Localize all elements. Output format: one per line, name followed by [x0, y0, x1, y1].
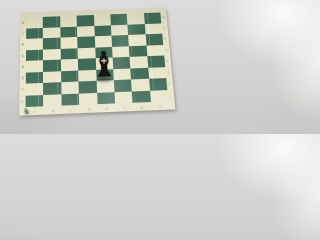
square-a6[interactable] — [26, 38, 43, 50]
rank-label-5: 5 — [22, 54, 24, 58]
chess-board: ♝ 87654321 87654321 abcdefgh ♞ — [19, 8, 175, 116]
square-b2[interactable] — [43, 82, 61, 94]
square-h5[interactable] — [146, 44, 164, 56]
square-h8[interactable] — [144, 12, 162, 23]
square-g6[interactable] — [128, 34, 146, 46]
file-label-g: g — [140, 105, 143, 109]
square-g5[interactable] — [129, 45, 147, 57]
square-g4[interactable] — [130, 56, 148, 68]
board-border: ♝ 87654321 87654321 abcdefgh ♞ — [19, 8, 175, 116]
square-c6[interactable] — [60, 37, 77, 49]
file-label-d: d — [87, 107, 89, 111]
file-label-b: b — [52, 108, 54, 112]
square-h2[interactable] — [149, 78, 168, 90]
rank-label-3: 3 — [22, 76, 24, 80]
rank-label-1: 1 — [21, 99, 23, 103]
square-e1[interactable] — [97, 92, 115, 104]
square-c2[interactable] — [61, 82, 79, 94]
square-b5[interactable] — [43, 48, 60, 60]
square-b6[interactable] — [43, 38, 60, 50]
square-c3[interactable] — [61, 70, 79, 82]
square-b8[interactable] — [43, 16, 60, 27]
square-f7[interactable] — [111, 24, 129, 35]
square-b4[interactable] — [43, 60, 61, 72]
rank-label-2: 2 — [21, 88, 23, 92]
rank-label-8: 8 — [162, 16, 165, 19]
square-a3[interactable] — [26, 71, 44, 83]
rank-label-7: 7 — [22, 32, 24, 35]
rank-label-7: 7 — [163, 26, 166, 29]
square-g8[interactable] — [127, 13, 145, 24]
rank-label-6: 6 — [164, 37, 167, 40]
square-h4[interactable] — [147, 55, 165, 67]
square-d1[interactable] — [79, 92, 97, 105]
rank-label-5: 5 — [165, 48, 168, 52]
square-f8[interactable] — [110, 14, 127, 25]
square-d8[interactable] — [77, 15, 94, 26]
square-f1[interactable] — [114, 91, 132, 103]
square-g3[interactable] — [130, 67, 148, 79]
square-a8[interactable] — [26, 17, 43, 28]
square-e7[interactable] — [94, 25, 111, 36]
square-b7[interactable] — [43, 27, 60, 38]
square-c4[interactable] — [61, 59, 79, 71]
square-a7[interactable] — [26, 27, 43, 38]
file-label-a: a — [33, 109, 35, 113]
square-c8[interactable] — [60, 16, 77, 27]
file-label-c: c — [70, 107, 72, 111]
file-label-e: e — [106, 106, 108, 110]
square-c7[interactable] — [60, 26, 77, 37]
square-g1[interactable] — [132, 90, 151, 102]
square-a5[interactable] — [26, 49, 43, 61]
rank-label-3: 3 — [167, 70, 170, 74]
file-label-h: h — [158, 104, 161, 108]
square-b3[interactable] — [43, 71, 61, 83]
file-label-f: f — [123, 105, 125, 109]
square-a4[interactable] — [26, 60, 43, 72]
square-h6[interactable] — [145, 34, 163, 45]
square-c5[interactable] — [60, 48, 77, 60]
square-d7[interactable] — [77, 26, 94, 37]
piece-black-bishop-e3[interactable]: ♝ — [91, 47, 118, 83]
square-g2[interactable] — [131, 79, 149, 91]
square-e8[interactable] — [93, 14, 110, 25]
rank-label-8: 8 — [22, 21, 24, 24]
board-logo-knight-icon: ♞ — [22, 106, 32, 117]
rank-label-4: 4 — [22, 65, 24, 69]
square-c1[interactable] — [61, 93, 79, 106]
square-a2[interactable] — [26, 83, 44, 95]
rank-label-1: 1 — [170, 93, 173, 97]
square-b1[interactable] — [43, 94, 61, 107]
rank-label-4: 4 — [166, 59, 169, 63]
square-g7[interactable] — [128, 24, 146, 35]
square-h3[interactable] — [148, 67, 166, 79]
board-grid: ♝ — [26, 12, 169, 107]
rank-label-6: 6 — [22, 43, 24, 47]
rank-label-2: 2 — [168, 82, 171, 86]
square-h7[interactable] — [144, 23, 162, 34]
square-h1[interactable] — [150, 90, 169, 102]
